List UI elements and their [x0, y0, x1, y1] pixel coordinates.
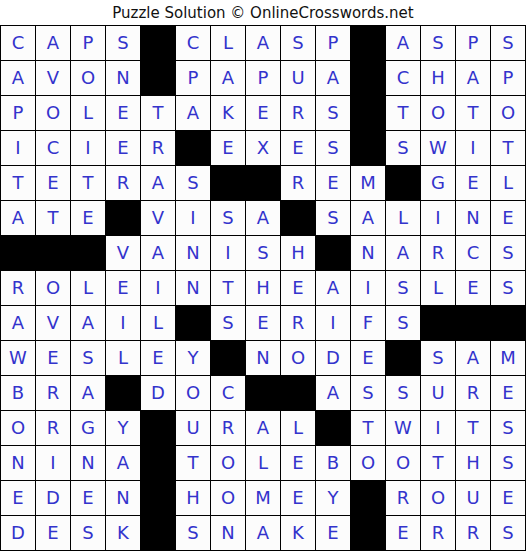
letter-cell-r11c2: R — [36, 376, 70, 410]
letter-cell-r13c8: L — [246, 446, 280, 480]
letter-cell-r11c6: O — [176, 376, 210, 410]
letter-cell-r1c14: P — [456, 26, 490, 60]
block-cell-r12c10 — [316, 411, 350, 445]
letter-cell-r4c1: I — [1, 131, 35, 165]
letter-cell-r7c6: N — [176, 236, 210, 270]
letter-cell-r1c12: A — [386, 26, 420, 60]
letter-cell-r1c10: P — [316, 26, 350, 60]
block-cell-r6c4 — [106, 201, 140, 235]
letter-cell-r11c11: S — [351, 376, 385, 410]
letter-cell-r5c1: T — [1, 166, 35, 200]
letter-cell-r9c9: R — [281, 306, 315, 340]
block-cell-r2c11 — [351, 61, 385, 95]
letter-cell-r13c12: O — [386, 446, 420, 480]
block-cell-r5c7 — [211, 166, 245, 200]
block-cell-r14c11 — [351, 481, 385, 515]
letter-cell-r3c2: O — [36, 96, 70, 130]
letter-cell-r4c7: E — [211, 131, 245, 165]
letter-cell-r5c3: T — [71, 166, 105, 200]
block-cell-r5c8 — [246, 166, 280, 200]
crossword-solution-page: Puzzle Solution © OnlineCrosswords.net C… — [0, 0, 526, 551]
block-cell-r7c2 — [36, 236, 70, 270]
letter-cell-r8c3: L — [71, 271, 105, 305]
letter-cell-r8c10: A — [316, 271, 350, 305]
letter-cell-r6c8: A — [246, 201, 280, 235]
letter-cell-r7c13: R — [421, 236, 455, 270]
letter-cell-r11c3: A — [71, 376, 105, 410]
letter-cell-r12c4: Y — [106, 411, 140, 445]
letter-cell-r4c13: W — [421, 131, 455, 165]
letter-cell-r15c14: R — [456, 516, 490, 550]
letter-cell-r10c3: S — [71, 341, 105, 375]
letter-cell-r4c2: C — [36, 131, 70, 165]
letter-cell-r14c7: O — [211, 481, 245, 515]
block-cell-r11c4 — [106, 376, 140, 410]
letter-cell-r11c7: C — [211, 376, 245, 410]
letter-cell-r2c4: N — [106, 61, 140, 95]
letter-cell-r3c7: K — [211, 96, 245, 130]
letter-cell-r5c13: G — [421, 166, 455, 200]
letter-cell-r8c1: R — [1, 271, 35, 305]
letter-cell-r12c9: L — [281, 411, 315, 445]
letter-cell-r6c15: E — [491, 201, 525, 235]
block-cell-r7c1 — [1, 236, 35, 270]
letter-cell-r12c1: O — [1, 411, 35, 445]
letter-cell-r10c11: E — [351, 341, 385, 375]
letter-cell-r9c5: L — [141, 306, 175, 340]
letter-cell-r3c8: E — [246, 96, 280, 130]
letter-cell-r4c4: E — [106, 131, 140, 165]
letter-cell-r10c4: L — [106, 341, 140, 375]
letter-cell-r7c9: H — [281, 236, 315, 270]
letter-cell-r8c2: O — [36, 271, 70, 305]
letter-cell-r2c6: P — [176, 61, 210, 95]
letter-cell-r5c11: M — [351, 166, 385, 200]
letter-cell-r1c4: S — [106, 26, 140, 60]
letter-cell-r3c13: O — [421, 96, 455, 130]
letter-cell-r14c3: E — [71, 481, 105, 515]
letter-cell-r2c9: U — [281, 61, 315, 95]
block-cell-r1c11 — [351, 26, 385, 60]
block-cell-r9c6 — [176, 306, 210, 340]
letter-cell-r5c14: E — [456, 166, 490, 200]
letter-cell-r1c9: S — [281, 26, 315, 60]
letter-cell-r11c14: R — [456, 376, 490, 410]
letter-cell-r8c4: E — [106, 271, 140, 305]
letter-cell-r2c7: A — [211, 61, 245, 95]
letter-cell-r3c1: P — [1, 96, 35, 130]
letter-cell-r4c15: T — [491, 131, 525, 165]
letter-cell-r15c15: S — [491, 516, 525, 550]
letter-cell-r11c12: S — [386, 376, 420, 410]
letter-cell-r12c2: R — [36, 411, 70, 445]
letter-cell-r15c1: D — [1, 516, 35, 550]
letter-cell-r5c15: L — [491, 166, 525, 200]
letter-cell-r10c14: A — [456, 341, 490, 375]
letter-cell-r1c3: P — [71, 26, 105, 60]
letter-cell-r10c13: S — [421, 341, 455, 375]
letter-cell-r7c7: I — [211, 236, 245, 270]
letter-cell-r4c3: I — [71, 131, 105, 165]
letter-cell-r3c6: A — [176, 96, 210, 130]
letter-cell-r3c3: L — [71, 96, 105, 130]
block-cell-r7c3 — [71, 236, 105, 270]
letter-cell-r1c2: A — [36, 26, 70, 60]
letter-cell-r4c5: R — [141, 131, 175, 165]
letter-cell-r6c12: L — [386, 201, 420, 235]
letter-cell-r14c1: E — [1, 481, 35, 515]
letter-cell-r8c7: T — [211, 271, 245, 305]
letter-cell-r9c8: E — [246, 306, 280, 340]
letter-cell-r2c13: H — [421, 61, 455, 95]
block-cell-r12c5 — [141, 411, 175, 445]
letter-cell-r6c2: T — [36, 201, 70, 235]
letter-cell-r10c9: O — [281, 341, 315, 375]
block-cell-r3c11 — [351, 96, 385, 130]
letter-cell-r2c1: A — [1, 61, 35, 95]
letter-cell-r13c13: T — [421, 446, 455, 480]
letter-cell-r12c12: W — [386, 411, 420, 445]
letter-cell-r12c13: I — [421, 411, 455, 445]
letter-cell-r5c9: R — [281, 166, 315, 200]
letter-cell-r6c1: A — [1, 201, 35, 235]
letter-cell-r2c2: V — [36, 61, 70, 95]
letter-cell-r3c5: T — [141, 96, 175, 130]
letter-cell-r8c9: E — [281, 271, 315, 305]
letter-cell-r9c4: I — [106, 306, 140, 340]
letter-cell-r7c8: S — [246, 236, 280, 270]
letter-cell-r9c3: A — [71, 306, 105, 340]
block-cell-r11c8 — [246, 376, 280, 410]
letter-cell-r8c8: H — [246, 271, 280, 305]
block-cell-r10c12 — [386, 341, 420, 375]
letter-cell-r14c14: U — [456, 481, 490, 515]
letter-cell-r10c15: M — [491, 341, 525, 375]
block-cell-r14c5 — [141, 481, 175, 515]
letter-cell-r15c12: E — [386, 516, 420, 550]
letter-cell-r5c5: A — [141, 166, 175, 200]
letter-cell-r2c10: A — [316, 61, 350, 95]
letter-cell-r13c2: I — [36, 446, 70, 480]
letter-cell-r9c11: F — [351, 306, 385, 340]
letter-cell-r5c10: E — [316, 166, 350, 200]
letter-cell-r8c12: S — [386, 271, 420, 305]
letter-cell-r4c12: S — [386, 131, 420, 165]
letter-cell-r6c7: S — [211, 201, 245, 235]
letter-cell-r2c12: C — [386, 61, 420, 95]
letter-cell-r1c1: C — [1, 26, 35, 60]
letter-cell-r8c6: N — [176, 271, 210, 305]
letter-cell-r6c6: I — [176, 201, 210, 235]
block-cell-r15c5 — [141, 516, 175, 550]
letter-cell-r2c14: A — [456, 61, 490, 95]
letter-cell-r14c9: E — [281, 481, 315, 515]
letter-cell-r8c5: I — [141, 271, 175, 305]
letter-cell-r7c14: C — [456, 236, 490, 270]
letter-cell-r13c15: S — [491, 446, 525, 480]
letter-cell-r15c3: S — [71, 516, 105, 550]
letter-cell-r12c11: T — [351, 411, 385, 445]
block-cell-r4c11 — [351, 131, 385, 165]
letter-cell-r9c10: I — [316, 306, 350, 340]
letter-cell-r2c15: P — [491, 61, 525, 95]
letter-cell-r13c7: O — [211, 446, 245, 480]
letter-cell-r1c6: C — [176, 26, 210, 60]
letter-cell-r10c5: E — [141, 341, 175, 375]
letter-cell-r14c2: D — [36, 481, 70, 515]
block-cell-r9c15 — [491, 306, 525, 340]
letter-cell-r10c2: E — [36, 341, 70, 375]
letter-cell-r4c8: X — [246, 131, 280, 165]
letter-cell-r15c4: K — [106, 516, 140, 550]
letter-cell-r4c10: S — [316, 131, 350, 165]
letter-cell-r8c14: E — [456, 271, 490, 305]
letter-cell-r7c11: N — [351, 236, 385, 270]
block-cell-r15c11 — [351, 516, 385, 550]
block-cell-r13c5 — [141, 446, 175, 480]
block-cell-r1c5 — [141, 26, 175, 60]
letter-cell-r14c15: E — [491, 481, 525, 515]
letter-cell-r13c9: E — [281, 446, 315, 480]
letter-cell-r13c6: T — [176, 446, 210, 480]
letter-cell-r15c13: R — [421, 516, 455, 550]
letter-cell-r3c9: R — [281, 96, 315, 130]
letter-cell-r1c13: S — [421, 26, 455, 60]
letter-cell-r14c10: Y — [316, 481, 350, 515]
letter-cell-r10c1: W — [1, 341, 35, 375]
letter-cell-r15c9: K — [281, 516, 315, 550]
block-cell-r4c6 — [176, 131, 210, 165]
letter-cell-r11c15: E — [491, 376, 525, 410]
letter-cell-r8c13: L — [421, 271, 455, 305]
letter-cell-r3c4: E — [106, 96, 140, 130]
letter-cell-r12c8: A — [246, 411, 280, 445]
letter-cell-r10c10: D — [316, 341, 350, 375]
letter-cell-r14c12: R — [386, 481, 420, 515]
letter-cell-r5c4: R — [106, 166, 140, 200]
letter-cell-r12c7: R — [211, 411, 245, 445]
block-cell-r2c5 — [141, 61, 175, 95]
letter-cell-r3c15: O — [491, 96, 525, 130]
letter-cell-r12c15: S — [491, 411, 525, 445]
letter-cell-r6c3: E — [71, 201, 105, 235]
letter-cell-r7c4: V — [106, 236, 140, 270]
letter-cell-r6c5: V — [141, 201, 175, 235]
letter-cell-r13c14: H — [456, 446, 490, 480]
letter-cell-r9c2: V — [36, 306, 70, 340]
page-title: Puzzle Solution © OnlineCrosswords.net — [112, 4, 413, 22]
letter-cell-r14c8: M — [246, 481, 280, 515]
letter-cell-r6c10: S — [316, 201, 350, 235]
letter-cell-r11c1: B — [1, 376, 35, 410]
letter-cell-r11c10: A — [316, 376, 350, 410]
letter-cell-r9c1: A — [1, 306, 35, 340]
letter-cell-r13c10: B — [316, 446, 350, 480]
crossword-grid: CAPSCLASPASPSAVONPAPUACHAPPOLETAKERSTOTO… — [0, 25, 526, 551]
letter-cell-r15c8: A — [246, 516, 280, 550]
block-cell-r9c14 — [456, 306, 490, 340]
letter-cell-r3c12: T — [386, 96, 420, 130]
letter-cell-r14c4: N — [106, 481, 140, 515]
letter-cell-r1c8: A — [246, 26, 280, 60]
title-bar: Puzzle Solution © OnlineCrosswords.net — [0, 0, 526, 25]
letter-cell-r10c6: Y — [176, 341, 210, 375]
letter-cell-r8c15: S — [491, 271, 525, 305]
letter-cell-r14c6: H — [176, 481, 210, 515]
letter-cell-r13c1: N — [1, 446, 35, 480]
letter-cell-r3c14: T — [456, 96, 490, 130]
block-cell-r5c12 — [386, 166, 420, 200]
letter-cell-r10c8: N — [246, 341, 280, 375]
letter-cell-r7c5: A — [141, 236, 175, 270]
letter-cell-r6c13: I — [421, 201, 455, 235]
letter-cell-r13c4: A — [106, 446, 140, 480]
letter-cell-r9c12: S — [386, 306, 420, 340]
letter-cell-r11c13: U — [421, 376, 455, 410]
letter-cell-r9c7: S — [211, 306, 245, 340]
letter-cell-r3c10: S — [316, 96, 350, 130]
letter-cell-r6c14: N — [456, 201, 490, 235]
letter-cell-r11c5: D — [141, 376, 175, 410]
block-cell-r6c9 — [281, 201, 315, 235]
letter-cell-r6c11: A — [351, 201, 385, 235]
letter-cell-r4c9: E — [281, 131, 315, 165]
letter-cell-r15c6: S — [176, 516, 210, 550]
letter-cell-r2c3: O — [71, 61, 105, 95]
letter-cell-r5c2: E — [36, 166, 70, 200]
letter-cell-r1c7: L — [211, 26, 245, 60]
letter-cell-r12c3: G — [71, 411, 105, 445]
block-cell-r11c9 — [281, 376, 315, 410]
letter-cell-r7c15: S — [491, 236, 525, 270]
block-cell-r7c10 — [316, 236, 350, 270]
letter-cell-r2c8: P — [246, 61, 280, 95]
letter-cell-r13c3: N — [71, 446, 105, 480]
letter-cell-r14c13: O — [421, 481, 455, 515]
letter-cell-r4c14: I — [456, 131, 490, 165]
block-cell-r9c13 — [421, 306, 455, 340]
letter-cell-r13c11: O — [351, 446, 385, 480]
letter-cell-r15c2: E — [36, 516, 70, 550]
letter-cell-r8c11: I — [351, 271, 385, 305]
letter-cell-r7c12: A — [386, 236, 420, 270]
letter-cell-r15c10: E — [316, 516, 350, 550]
letter-cell-r5c6: S — [176, 166, 210, 200]
letter-cell-r1c15: S — [491, 26, 525, 60]
letter-cell-r12c14: T — [456, 411, 490, 445]
letter-cell-r12c6: U — [176, 411, 210, 445]
block-cell-r10c7 — [211, 341, 245, 375]
letter-cell-r15c7: N — [211, 516, 245, 550]
